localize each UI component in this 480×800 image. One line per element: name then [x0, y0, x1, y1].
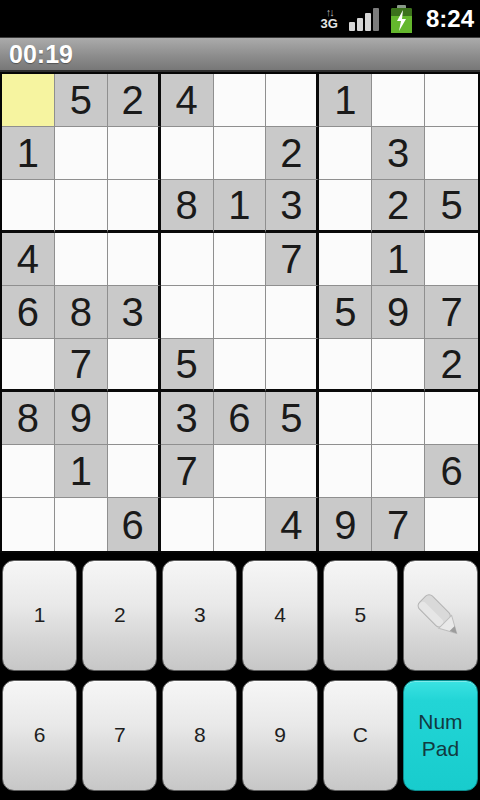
cell-r5c2[interactable]: 8 [55, 286, 108, 339]
key-6[interactable]: 6 [2, 680, 77, 791]
cell-r6c7[interactable] [319, 339, 372, 392]
cell-r5c4[interactable] [161, 286, 214, 339]
cell-r6c2[interactable]: 7 [55, 339, 108, 392]
cell-r6c5[interactable] [214, 339, 267, 392]
cell-r7c4[interactable]: 3 [161, 392, 214, 445]
cell-r3c8[interactable]: 2 [372, 180, 425, 233]
cell-r9c9[interactable] [425, 498, 478, 551]
key-8[interactable]: 8 [162, 680, 237, 791]
elapsed-time: 00:19 [9, 40, 73, 69]
cell-r7c5[interactable]: 6 [214, 392, 267, 445]
cell-r8c5[interactable] [214, 445, 267, 498]
cell-r2c4[interactable] [161, 127, 214, 180]
cell-r6c8[interactable] [372, 339, 425, 392]
cell-r2c7[interactable] [319, 127, 372, 180]
cell-r9c5[interactable] [214, 498, 267, 551]
cell-r4c9[interactable] [425, 233, 478, 286]
cell-r1c8[interactable] [372, 74, 425, 127]
key-1[interactable]: 1 [2, 560, 77, 671]
cell-r1c2[interactable]: 5 [55, 74, 108, 127]
key-9[interactable]: 9 [242, 680, 317, 791]
cell-r7c8[interactable] [372, 392, 425, 445]
cell-r7c6[interactable]: 5 [266, 392, 319, 445]
cell-r6c3[interactable] [108, 339, 161, 392]
key-5[interactable]: 5 [323, 560, 398, 671]
cell-r6c6[interactable] [266, 339, 319, 392]
cell-r3c4[interactable]: 8 [161, 180, 214, 233]
cell-r8c4[interactable]: 7 [161, 445, 214, 498]
cell-r5c3[interactable]: 3 [108, 286, 161, 339]
cell-r3c7[interactable] [319, 180, 372, 233]
key-4[interactable]: 4 [242, 560, 317, 671]
cell-r7c9[interactable] [425, 392, 478, 445]
cell-r2c9[interactable] [425, 127, 478, 180]
cell-r5c8[interactable]: 9 [372, 286, 425, 339]
cell-r7c7[interactable] [319, 392, 372, 445]
cell-r1c1[interactable] [2, 74, 55, 127]
network-3g-icon: ↑↓ 3G [321, 8, 338, 30]
keypad-row-1: 12345 [2, 560, 478, 671]
cell-r9c3[interactable]: 6 [108, 498, 161, 551]
cell-r2c1[interactable]: 1 [2, 127, 55, 180]
cell-r4c8[interactable]: 1 [372, 233, 425, 286]
cell-r8c6[interactable] [266, 445, 319, 498]
keypad-row-2: 6789CNum Pad [2, 680, 478, 791]
cell-r4c1[interactable]: 4 [2, 233, 55, 286]
key-clear[interactable]: C [323, 680, 398, 791]
cell-r8c3[interactable] [108, 445, 161, 498]
cell-r3c9[interactable]: 5 [425, 180, 478, 233]
cell-r9c8[interactable]: 7 [372, 498, 425, 551]
cell-r4c2[interactable] [55, 233, 108, 286]
cell-r8c8[interactable] [372, 445, 425, 498]
cell-r9c7[interactable]: 9 [319, 498, 372, 551]
signal-strength-icon [349, 7, 379, 31]
cell-r9c1[interactable] [2, 498, 55, 551]
battery-charging-icon [390, 4, 413, 34]
sudoku-board: 524112381325471683597752893651766497 [0, 72, 480, 553]
keypad: 12345 6789CNum Pad [0, 553, 480, 791]
cell-r1c3[interactable]: 2 [108, 74, 161, 127]
cell-r2c2[interactable] [55, 127, 108, 180]
cell-r2c6[interactable]: 2 [266, 127, 319, 180]
cell-r5c6[interactable] [266, 286, 319, 339]
cell-r1c5[interactable] [214, 74, 267, 127]
status-bar: ↑↓ 3G 8:24 [0, 0, 480, 38]
cell-r7c3[interactable] [108, 392, 161, 445]
cell-r3c6[interactable]: 3 [266, 180, 319, 233]
key-3[interactable]: 3 [162, 560, 237, 671]
key-pencil[interactable] [403, 560, 478, 671]
cell-r4c4[interactable] [161, 233, 214, 286]
cell-r9c6[interactable]: 4 [266, 498, 319, 551]
cell-r3c3[interactable] [108, 180, 161, 233]
cell-r6c1[interactable] [2, 339, 55, 392]
clock: 8:24 [426, 5, 474, 33]
cell-r3c1[interactable] [2, 180, 55, 233]
cell-r8c9[interactable]: 6 [425, 445, 478, 498]
cell-r7c1[interactable]: 8 [2, 392, 55, 445]
pencil-icon [411, 587, 469, 645]
cell-r9c4[interactable] [161, 498, 214, 551]
cell-r3c2[interactable] [55, 180, 108, 233]
cell-r4c7[interactable] [319, 233, 372, 286]
cell-r8c1[interactable] [2, 445, 55, 498]
cell-r1c6[interactable] [266, 74, 319, 127]
cell-r2c8[interactable]: 3 [372, 127, 425, 180]
cell-r9c2[interactable] [55, 498, 108, 551]
network-type-label: 3G [321, 17, 338, 30]
cell-r5c9[interactable]: 7 [425, 286, 478, 339]
key-2[interactable]: 2 [82, 560, 157, 671]
key-numpad[interactable]: Num Pad [403, 680, 478, 791]
cell-r2c3[interactable] [108, 127, 161, 180]
cell-r8c2[interactable]: 1 [55, 445, 108, 498]
cell-r4c3[interactable] [108, 233, 161, 286]
timer-bar: 00:19 [0, 38, 480, 72]
cell-r1c9[interactable] [425, 74, 478, 127]
cell-r5c5[interactable] [214, 286, 267, 339]
cell-r5c1[interactable]: 6 [2, 286, 55, 339]
cell-r8c7[interactable] [319, 445, 372, 498]
cell-r1c4[interactable]: 4 [161, 74, 214, 127]
cell-r6c9[interactable]: 2 [425, 339, 478, 392]
cell-r1c7[interactable]: 1 [319, 74, 372, 127]
cell-r7c2[interactable]: 9 [55, 392, 108, 445]
cell-r5c7[interactable]: 5 [319, 286, 372, 339]
cell-r4c5[interactable] [214, 233, 267, 286]
cell-r6c4[interactable]: 5 [161, 339, 214, 392]
cell-r4c6[interactable]: 7 [266, 233, 319, 286]
cell-r2c5[interactable] [214, 127, 267, 180]
key-7[interactable]: 7 [82, 680, 157, 791]
cell-r3c5[interactable]: 1 [214, 180, 267, 233]
